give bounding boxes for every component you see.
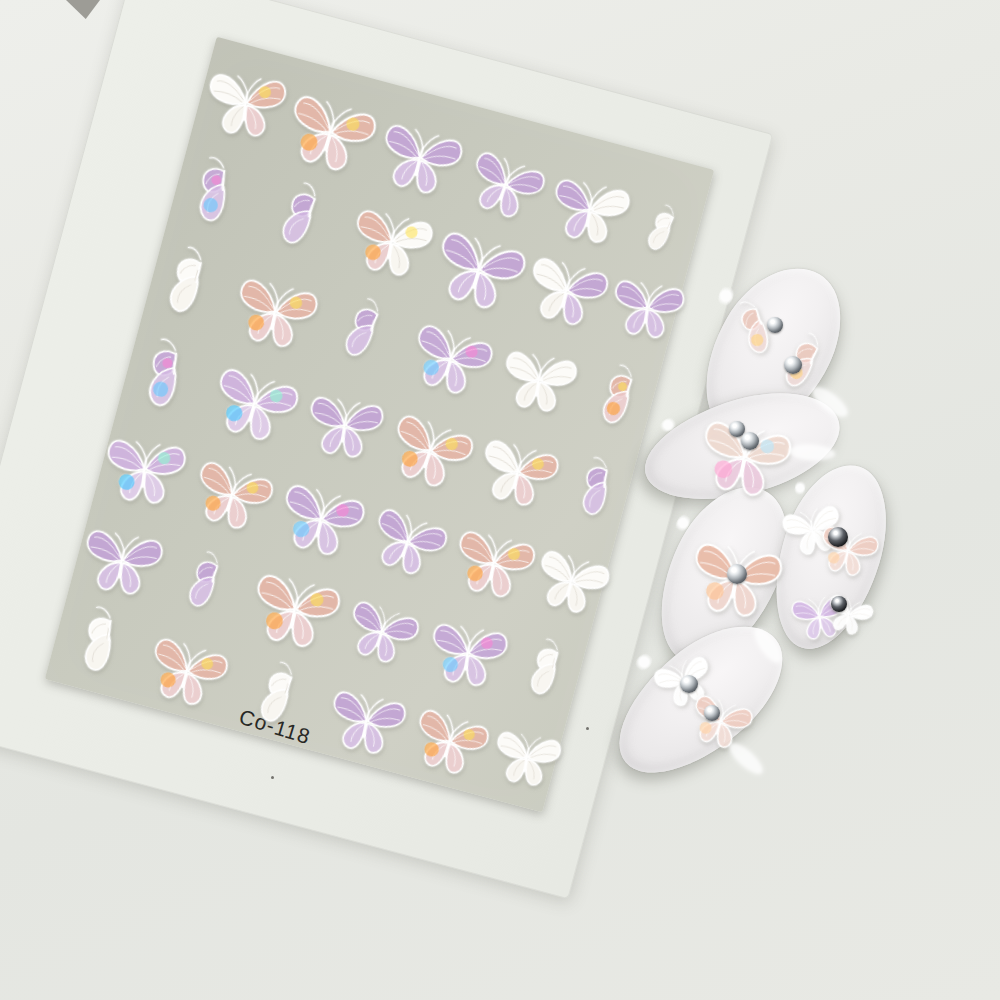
dust-speck [271, 776, 274, 779]
dust-specks-group [0, 0, 1000, 1000]
dust-speck [586, 727, 589, 730]
product-photo: Co-118 [0, 0, 1000, 1000]
